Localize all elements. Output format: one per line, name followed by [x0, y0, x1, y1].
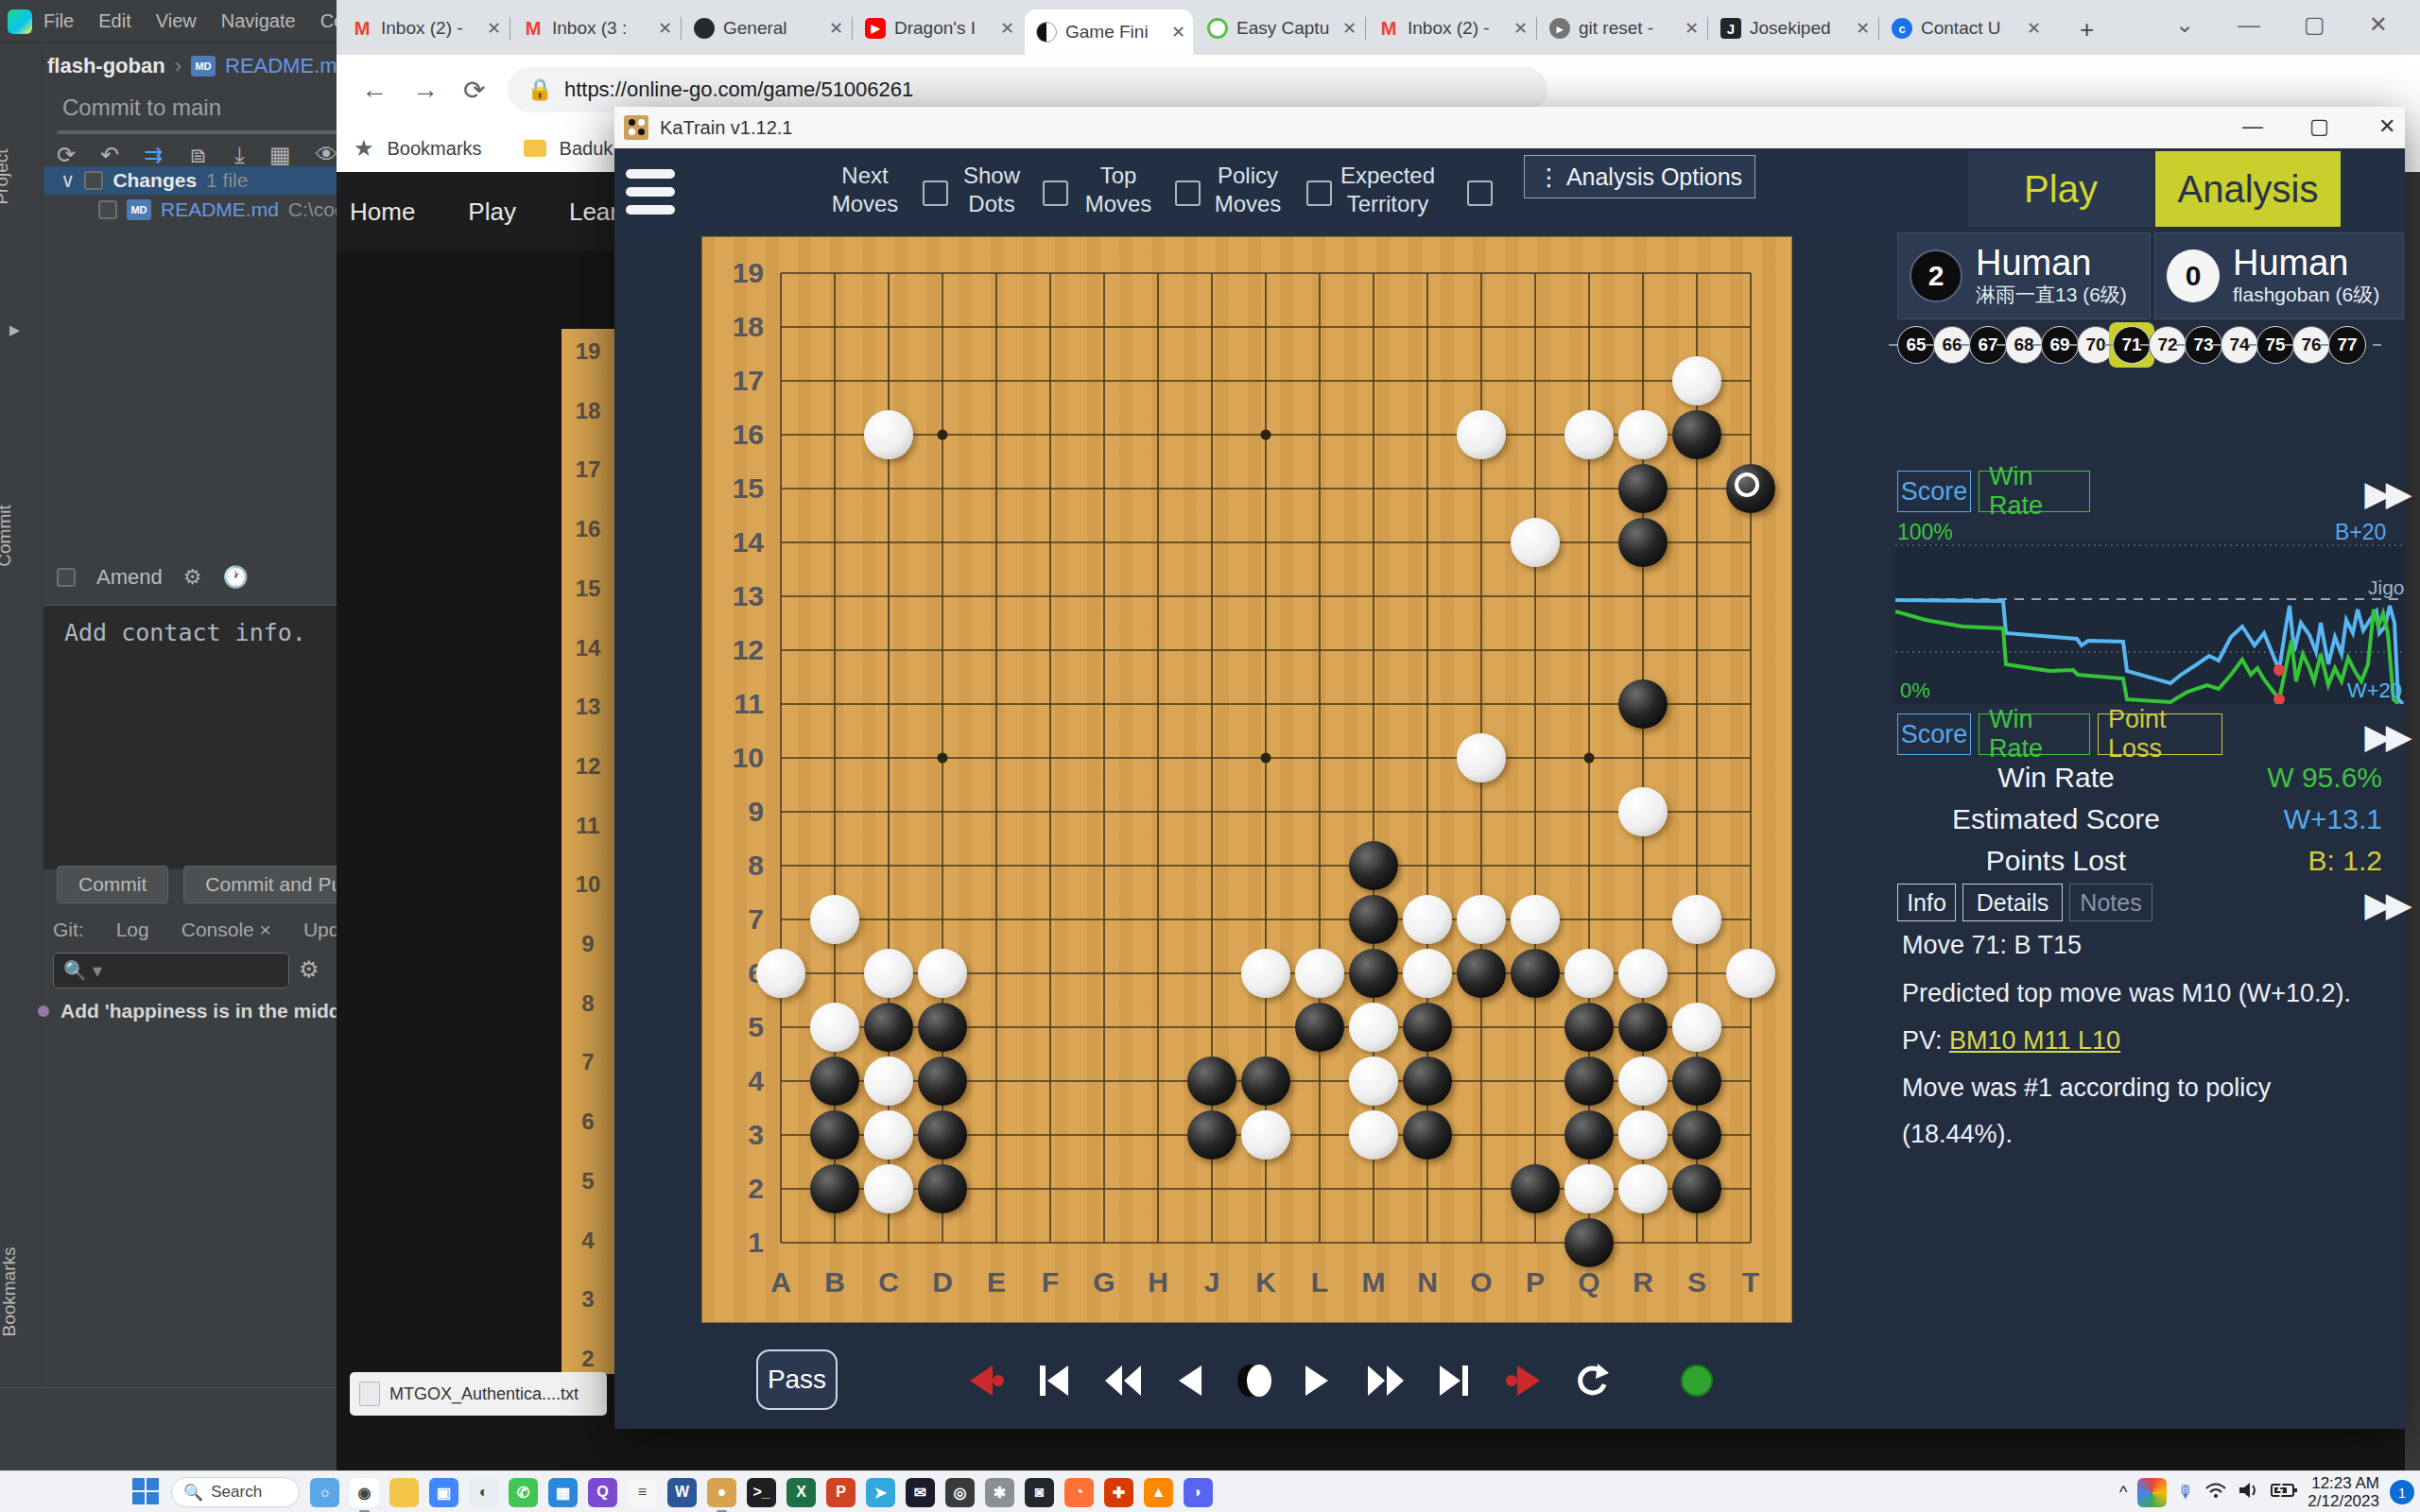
folder-icon[interactable]	[389, 1478, 419, 1507]
forward-10-button[interactable]	[1364, 1359, 1408, 1402]
black-stone-P6[interactable]	[1511, 949, 1560, 998]
paint-icon[interactable]: ◐	[469, 1478, 498, 1507]
close-icon[interactable]: ✕	[2027, 18, 2041, 39]
windows-start-button[interactable]	[132, 1478, 161, 1506]
git-tab[interactable]: Console ×	[181, 919, 271, 941]
go-board[interactable]: 19181716151413121110987654321ABCDEFGHJKL…	[701, 236, 1792, 1323]
download-icon[interactable]: ⤓	[234, 142, 245, 168]
white-stone-R6[interactable]	[1618, 949, 1668, 998]
close-icon[interactable]: ✕	[1513, 18, 1528, 39]
tab-win-rate[interactable]: Win Rate	[1979, 713, 2090, 755]
menu-item-view[interactable]: View	[156, 10, 197, 32]
new-tab-button[interactable]: +	[2080, 15, 2094, 44]
svg-text:W+20: W+20	[2347, 679, 2402, 702]
close-icon[interactable]: ✕	[1685, 18, 1699, 39]
white-stone-C16[interactable]	[864, 410, 913, 459]
weather-icon[interactable]: ☼	[310, 1478, 339, 1507]
black-stone-P2[interactable]	[1511, 1164, 1560, 1213]
row-label: 1	[715, 1227, 764, 1259]
browser-tab[interactable]: General✕	[683, 9, 851, 47]
move-connector	[2176, 344, 2185, 346]
white-stone-S17[interactable]	[1672, 356, 1721, 405]
pv-link[interactable]: BM10 M11 L10	[1949, 1026, 2120, 1055]
changed-file-name[interactable]: README.md	[161, 198, 279, 221]
black-stone-Q1[interactable]	[1564, 1218, 1614, 1267]
bookmark-folder-label[interactable]: Baduk	[560, 138, 614, 160]
whatsapp-icon[interactable]: ✆	[509, 1478, 538, 1507]
browser-tab[interactable]: cContact U✕	[1880, 9, 2048, 47]
back-icon[interactable]: ←	[361, 75, 388, 105]
column-label: P	[1521, 1266, 1549, 1298]
black-stone-C5[interactable]	[864, 1003, 913, 1052]
tab-divider	[1878, 17, 1879, 40]
column-label: B	[821, 1266, 849, 1298]
toggle-color-button[interactable]	[1233, 1359, 1276, 1402]
column-label: J	[1198, 1266, 1226, 1298]
black-stone-S3[interactable]	[1672, 1110, 1721, 1160]
fast-forward-icon[interactable]: ▶▶	[2365, 885, 2407, 923]
black-stone-B2[interactable]	[810, 1164, 859, 1213]
black-stone-R5[interactable]	[1618, 1003, 1668, 1052]
stat-row: Win RateW 95.6%	[1910, 762, 2392, 803]
move-connector	[2212, 344, 2221, 346]
black-stone-badge: 2	[1910, 249, 1962, 302]
stat-label: Points Lost	[1910, 845, 2203, 877]
svg-text:0%: 0%	[1900, 679, 1930, 702]
fast-forward-icon[interactable]: ▶▶	[2365, 474, 2407, 512]
ogs-menu-home[interactable]: Home	[350, 198, 415, 227]
browser-tab[interactable]: MInbox (3 :✕	[511, 9, 680, 47]
row-label: 3	[715, 1119, 764, 1151]
white-stone-D6[interactable]	[918, 949, 967, 998]
eye-icon[interactable]: 👁	[316, 142, 338, 168]
black-stone-D3[interactable]	[918, 1110, 967, 1160]
tab-strip: + ⌄ — ▢ ✕ MInbox (2) -✕MInbox (3 :✕Gener…	[337, 0, 2420, 55]
battery-icon[interactable]	[2271, 1482, 2297, 1503]
browser-tab[interactable]: MInbox (2) -✕	[340, 9, 509, 47]
row-label: 18	[715, 311, 764, 343]
ogs-row-label: 16	[562, 516, 614, 542]
word-icon[interactable]: W	[667, 1478, 697, 1507]
ogs-menu-play[interactable]: Play	[468, 198, 516, 227]
address-bar[interactable]: 🔒 https://online-go.com/game/51006261	[508, 67, 1547, 112]
fast-forward-icon[interactable]: ▶▶	[2365, 717, 2407, 755]
move-connector	[1889, 344, 1897, 346]
bookmark-folder-icon[interactable]	[524, 140, 546, 157]
stat-label: Estimated Score	[1910, 803, 2203, 835]
ide-app-icon	[8, 9, 32, 34]
excel-icon[interactable]: X	[786, 1478, 816, 1507]
git-tool-tabs: Git:LogConsole ×Update	[53, 919, 368, 941]
white-stone-O7[interactable]	[1457, 895, 1506, 944]
katrain-icon[interactable]: ●	[707, 1478, 736, 1507]
ogs-row-label: 2	[562, 1346, 614, 1372]
reload-icon[interactable]: ⟳	[463, 75, 485, 106]
column-label: M	[1359, 1266, 1388, 1298]
row-label: 19	[715, 257, 764, 289]
black-stone-L5[interactable]	[1295, 1003, 1344, 1052]
black-stone-M8[interactable]	[1349, 841, 1398, 890]
white-stone-C2[interactable]	[864, 1164, 913, 1213]
white-stone-R2[interactable]	[1618, 1164, 1668, 1213]
changes-checkbox[interactable]	[84, 171, 103, 190]
move-connector	[2373, 344, 2381, 346]
refresh-icon[interactable]: ⟳	[57, 142, 76, 168]
column-label: N	[1413, 1266, 1442, 1298]
white-stone-R9[interactable]	[1618, 787, 1668, 836]
download-bar[interactable]: MTGOX_Authentica....txt	[350, 1372, 607, 1416]
zoom-icon[interactable]: ▣	[429, 1478, 458, 1507]
tab-score[interactable]: Score	[1897, 471, 1971, 512]
white-stone-S7[interactable]	[1672, 895, 1721, 944]
column-label: G	[1090, 1266, 1118, 1298]
gmail-favicon-icon: M	[352, 18, 372, 39]
last-move-marker	[1735, 472, 1759, 497]
close-icon[interactable]: ✕	[487, 18, 501, 39]
github-favicon-icon	[694, 18, 715, 39]
player-card-black: 2 Human 淋雨一直13 (6级)	[1897, 232, 2151, 319]
tab-label: Inbox (2) -	[381, 18, 478, 39]
move-info-line: PV: BM10 M11 L10	[1902, 1026, 2120, 1056]
black-stone-Q4[interactable]	[1564, 1057, 1614, 1106]
minimize-button[interactable]: —	[2238, 11, 2260, 38]
white-stone-N7[interactable]	[1403, 895, 1452, 944]
chevron-down-icon[interactable]: ⌄	[2175, 11, 2194, 38]
white-stone-N6[interactable]	[1403, 949, 1452, 998]
column-label: C	[874, 1266, 903, 1298]
white-stone-R16[interactable]	[1618, 410, 1668, 459]
prev-mistake-button[interactable]	[962, 1359, 1006, 1402]
hamburger-menu-icon[interactable]	[626, 169, 675, 215]
defender-icon[interactable]: ✚	[1104, 1478, 1133, 1507]
katrain-window: KaTrain v1.12.1 — ▢ ✕ NextMovesShowDotsT…	[614, 107, 2405, 1429]
close-icon[interactable]: ✕	[1342, 18, 1357, 39]
row-label: 7	[715, 903, 764, 936]
telegram-icon[interactable]: ➤	[866, 1478, 895, 1507]
commit-toolbar: ⟳ ↶ ⇉ 🗈 ⤓ ▦ 👁 ⬍	[57, 142, 382, 168]
youtube-favicon-icon: ▶	[865, 18, 886, 39]
white-stone-Q16[interactable]	[1564, 410, 1614, 459]
commit-dot-icon	[38, 1005, 49, 1017]
move-connector	[2284, 344, 2292, 346]
breadcrumb: flash-goban › MD README.md	[47, 49, 349, 83]
row-label: 10	[715, 742, 764, 774]
black-stone-B4[interactable]	[810, 1057, 859, 1106]
stat-value: W 95.6%	[2267, 762, 2382, 794]
stat-value: W+13.1	[2284, 803, 2382, 835]
white-stone-B5[interactable]	[810, 1003, 859, 1052]
forward-1-button[interactable]	[1294, 1359, 1338, 1402]
winrate-score-graph[interactable]: Jigo0%W+20	[1895, 543, 2406, 704]
close-button[interactable]: ✕	[2369, 11, 2388, 38]
black-stone-D4[interactable]	[918, 1057, 967, 1106]
ogs-row-label: 14	[562, 635, 614, 661]
ide-tool-strip: Project Commit Bookmarks ▸	[0, 43, 43, 1389]
white-stone-O16[interactable]	[1457, 410, 1506, 459]
git-tab[interactable]: Log	[116, 919, 149, 941]
score-top-label: B+20	[2335, 520, 2386, 545]
move-info-line: Predicted top move was M10 (W+10.2).	[1902, 979, 2351, 1008]
black-stone-D2[interactable]	[918, 1164, 967, 1213]
white-stone-Q2[interactable]	[1564, 1164, 1614, 1213]
row-label: 14	[715, 526, 764, 558]
white-stone-T6[interactable]	[1726, 949, 1775, 998]
ogs-row-label: 12	[562, 753, 614, 780]
tab-notes[interactable]: Notes	[2069, 884, 2152, 921]
white-stone-M4[interactable]	[1349, 1057, 1398, 1106]
move-info-line: Move 71: B T15	[1902, 931, 2082, 960]
photos-icon[interactable]: ▦	[548, 1478, 578, 1507]
black-stone-O6[interactable]	[1457, 949, 1506, 998]
tab-point-loss[interactable]: Point Loss	[2098, 713, 2222, 755]
kebab-icon: ⋮	[1537, 163, 1561, 191]
black-stone-N4[interactable]	[1403, 1057, 1452, 1106]
gear-icon[interactable]: ⚙	[299, 956, 320, 983]
firefox-icon[interactable]: ◔	[1064, 1478, 1094, 1507]
column-label: D	[928, 1266, 957, 1298]
column-label: Q	[1575, 1266, 1603, 1298]
tab-play[interactable]: Play	[1968, 151, 2153, 227]
to-start-button[interactable]	[1032, 1359, 1076, 1402]
ogs-row-label: 11	[562, 813, 614, 839]
white-stone-M5[interactable]	[1349, 1003, 1398, 1052]
breadcrumb-project[interactable]: flash-goban	[47, 54, 165, 78]
white-stone-K3[interactable]	[1241, 1110, 1290, 1160]
redo-button[interactable]	[1569, 1359, 1613, 1402]
tab-label: Dragon's I	[894, 18, 992, 39]
pass-button[interactable]: Pass	[756, 1349, 838, 1410]
tab-label: Inbox (2) -	[1408, 18, 1505, 39]
tab-win-rate[interactable]: Win Rate	[1979, 471, 2090, 512]
white-stone-R3[interactable]	[1618, 1110, 1668, 1160]
black-stone-S2[interactable]	[1672, 1164, 1721, 1213]
black-stone-N3[interactable]	[1403, 1110, 1452, 1160]
tab-details[interactable]: Details	[1962, 884, 2063, 921]
browser-tab[interactable]: ▸git reset -✕	[1538, 9, 1706, 47]
stat-value: B: 1.2	[2308, 845, 2382, 877]
back-10-button[interactable]	[1101, 1359, 1145, 1402]
search-input[interactable]: 🔍▾	[53, 953, 289, 988]
black-stone-R14[interactable]	[1618, 518, 1668, 567]
black-stone-N5[interactable]	[1403, 1003, 1452, 1052]
discord-icon[interactable]: ◗	[1184, 1478, 1213, 1507]
notes-icon[interactable]: ≡	[628, 1478, 657, 1507]
sidebar-item-project[interactable]: Project	[0, 148, 12, 204]
white-stone-B7[interactable]	[810, 895, 859, 944]
taskbar-clock[interactable]: 12:23 AM 2/12/2023	[2308, 1474, 2379, 1510]
black-stone-D5[interactable]	[918, 1003, 967, 1052]
white-stone-M3[interactable]	[1349, 1110, 1398, 1160]
amend-checkbox[interactable]	[57, 568, 76, 587]
close-button[interactable]: ✕	[2378, 114, 2395, 139]
black-stone-Q3[interactable]	[1564, 1110, 1614, 1160]
white-stone-P14[interactable]	[1511, 518, 1560, 567]
bookmarks-label[interactable]: Bookmarks	[388, 138, 482, 160]
close-icon[interactable]: ✕	[658, 18, 672, 39]
maximize-button[interactable]: ▢	[2309, 114, 2329, 139]
history-icon[interactable]: 🕐	[222, 565, 248, 590]
commit-button[interactable]: Commit	[57, 866, 168, 903]
ogs-row-label: 5	[562, 1168, 614, 1194]
move-connector	[1961, 344, 1969, 346]
merge-arrows-icon[interactable]: ⇉	[144, 142, 163, 168]
row-label: 9	[715, 796, 764, 828]
sidebar-item-commit[interactable]: Commit	[0, 505, 15, 566]
ogs-row-label: 13	[562, 694, 614, 720]
black-stone-R15[interactable]	[1618, 464, 1668, 513]
ogs-row-label: 9	[562, 931, 614, 957]
move-connector	[2320, 344, 2328, 346]
generic-favicon-icon: ▸	[1549, 18, 1570, 39]
star-icon[interactable]: ★	[354, 135, 374, 162]
taskbar-search[interactable]: 🔍 Search	[171, 1477, 300, 1507]
move-connector	[2248, 344, 2256, 346]
menu-item-file[interactable]: File	[43, 10, 74, 32]
back-1-button[interactable]	[1169, 1359, 1213, 1402]
row-label: 5	[715, 1011, 764, 1043]
commit-target-label[interactable]: Commit to main	[62, 94, 221, 121]
black-stone-J4[interactable]	[1187, 1057, 1236, 1106]
git-tab[interactable]: Git:	[53, 919, 84, 941]
globe-favicon-icon: c	[1892, 18, 1912, 39]
ogs-row-label: 8	[562, 990, 614, 1017]
wifi-icon[interactable]	[2204, 1481, 2227, 1504]
move-circle-77[interactable]: 77	[2328, 326, 2366, 364]
move-connector	[2140, 344, 2149, 346]
browser-scrollbar[interactable]	[2405, 172, 2420, 1470]
white-stone-R4[interactable]	[1618, 1057, 1668, 1106]
browser-window-controls: ⌄ — ▢ ✕	[2175, 11, 2388, 38]
browser-tab[interactable]: JJosekiped✕	[1709, 9, 1877, 47]
black-stone-S4[interactable]	[1672, 1057, 1721, 1106]
tab-score[interactable]: Score	[1897, 713, 1971, 755]
browser-tab[interactable]: Easy Captu✕	[1196, 9, 1364, 47]
breadcrumb-separator: ›	[175, 54, 181, 78]
markdown-file-icon: MD	[191, 56, 216, 77]
gmail-favicon-icon: M	[523, 18, 544, 39]
engine-status-indicator[interactable]	[1675, 1359, 1719, 1402]
tab-label: General	[723, 18, 821, 39]
q-app-icon[interactable]: Q	[588, 1478, 617, 1507]
white-stone-C4[interactable]	[864, 1057, 913, 1106]
doc-comment-icon[interactable]: 🗈	[187, 142, 210, 168]
white-stone-badge: 0	[2167, 249, 2220, 302]
stat-label: Win Rate	[1910, 762, 2203, 794]
close-icon[interactable]: ✕	[1856, 18, 1870, 39]
column-label: A	[767, 1266, 795, 1298]
tray-chevron-icon[interactable]: ^	[2119, 1483, 2127, 1503]
close-icon[interactable]: ✕	[1000, 18, 1014, 39]
joseki-favicon-icon: J	[1720, 18, 1741, 39]
white-stone-Q6[interactable]	[1564, 949, 1614, 998]
black-stone-S16[interactable]	[1672, 410, 1721, 459]
browser-tab[interactable]: Game Fini✕	[1025, 9, 1193, 55]
edge-swirl-icon[interactable]	[2137, 1478, 2167, 1507]
column-label: E	[982, 1266, 1011, 1298]
black-stone-M7[interactable]	[1349, 895, 1398, 944]
tab-info[interactable]: Info	[1897, 884, 1956, 921]
file-icon	[359, 1382, 380, 1406]
grid-icon[interactable]: ▦	[269, 142, 291, 168]
git-log-entry[interactable]: Add 'happiness is in the middle' m	[38, 1000, 386, 1022]
white-stone-K6[interactable]	[1241, 949, 1290, 998]
changes-count: 1 file	[206, 169, 248, 192]
svg-text:Jigo: Jigo	[2368, 576, 2405, 598]
black-stone-K4[interactable]	[1241, 1057, 1290, 1106]
window-title: KaTrain v1.12.1	[660, 117, 792, 139]
tab-analysis[interactable]: Analysis	[2155, 151, 2341, 227]
close-icon[interactable]: ✕	[829, 18, 843, 39]
checkbox-label: ExpectedTerritory	[1312, 162, 1463, 218]
ogs-row-label: 10	[562, 871, 614, 898]
black-stone-J3[interactable]	[1187, 1110, 1236, 1160]
black-stone-B3[interactable]	[810, 1110, 859, 1160]
katrain-title-bar: KaTrain v1.12.1 — ▢ ✕	[614, 107, 2405, 148]
column-label: L	[1305, 1266, 1334, 1298]
chrome-icon[interactable]: ◉	[350, 1478, 379, 1507]
black-stone-Q5[interactable]	[1564, 1003, 1614, 1052]
stat-row: Estimated ScoreW+13.1	[1910, 803, 2392, 845]
mail-icon[interactable]: ✉	[906, 1478, 935, 1507]
white-stone-C6[interactable]	[864, 949, 913, 998]
white-stone-P7[interactable]	[1511, 895, 1560, 944]
obs-icon[interactable]: ◙	[1025, 1478, 1054, 1507]
white-stone-A6[interactable]	[756, 949, 805, 998]
move-connector	[1996, 344, 2005, 346]
gostone-favicon-icon	[1036, 22, 1057, 43]
settings-icon[interactable]: ✱	[985, 1478, 1014, 1507]
black-stone-M6[interactable]	[1349, 949, 1398, 998]
to-end-button[interactable]	[1432, 1359, 1476, 1402]
move-info-line: (18.44%).	[1902, 1120, 2013, 1149]
microphone-icon[interactable]: 🎙	[2177, 1483, 2194, 1503]
file-checkbox[interactable]	[98, 200, 117, 219]
white-stone-C3[interactable]	[864, 1110, 913, 1160]
terminal-icon[interactable]: >_	[747, 1478, 776, 1507]
sidebar-item-bookmarks[interactable]: Bookmarks	[0, 1246, 20, 1336]
green-status-dot	[1681, 1365, 1713, 1397]
download-file-name: MTGOX_Authentica....txt	[389, 1384, 579, 1404]
white-stone-S5[interactable]	[1672, 1003, 1721, 1052]
tab-divider	[510, 17, 510, 40]
analysis-options-button[interactable]: ⋮ Analysis Options	[1524, 155, 1755, 198]
checkbox-expected-territory[interactable]	[1467, 180, 1493, 206]
powerpoint-icon[interactable]: P	[826, 1478, 856, 1507]
undo-icon[interactable]: ↶	[100, 142, 119, 168]
menu-item-navigate[interactable]: Navigate	[221, 10, 296, 32]
camera-icon[interactable]: ◎	[945, 1478, 975, 1507]
browser-tab[interactable]: ▶Dragon's I✕	[854, 9, 1022, 47]
breadcrumb-file[interactable]: README.md	[225, 54, 349, 78]
menu-item-edit[interactable]: Edit	[98, 10, 130, 32]
chevron-down-icon[interactable]: ∨	[60, 169, 75, 192]
minimize-button[interactable]: —	[2242, 114, 2263, 139]
black-stone-R11[interactable]	[1618, 679, 1668, 729]
close-icon[interactable]: ✕	[1171, 22, 1185, 43]
lock-icon: 🔒	[527, 77, 552, 102]
white-stone-L6[interactable]	[1295, 949, 1344, 998]
vlc-icon[interactable]: ▲	[1144, 1478, 1173, 1507]
browser-tab[interactable]: MInbox (2) -✕	[1367, 9, 1535, 47]
maximize-button[interactable]: ▢	[2304, 11, 2325, 38]
forward-icon[interactable]: →	[412, 75, 439, 105]
white-stone-O10[interactable]	[1457, 733, 1506, 782]
next-mistake-button[interactable]	[1504, 1359, 1547, 1402]
notification-badge[interactable]: 1	[2390, 1480, 2414, 1504]
gear-icon[interactable]: ⚙	[183, 565, 202, 590]
checkbox-label: PolicyMoves	[1172, 162, 1323, 218]
speaker-icon[interactable]	[2238, 1481, 2260, 1504]
